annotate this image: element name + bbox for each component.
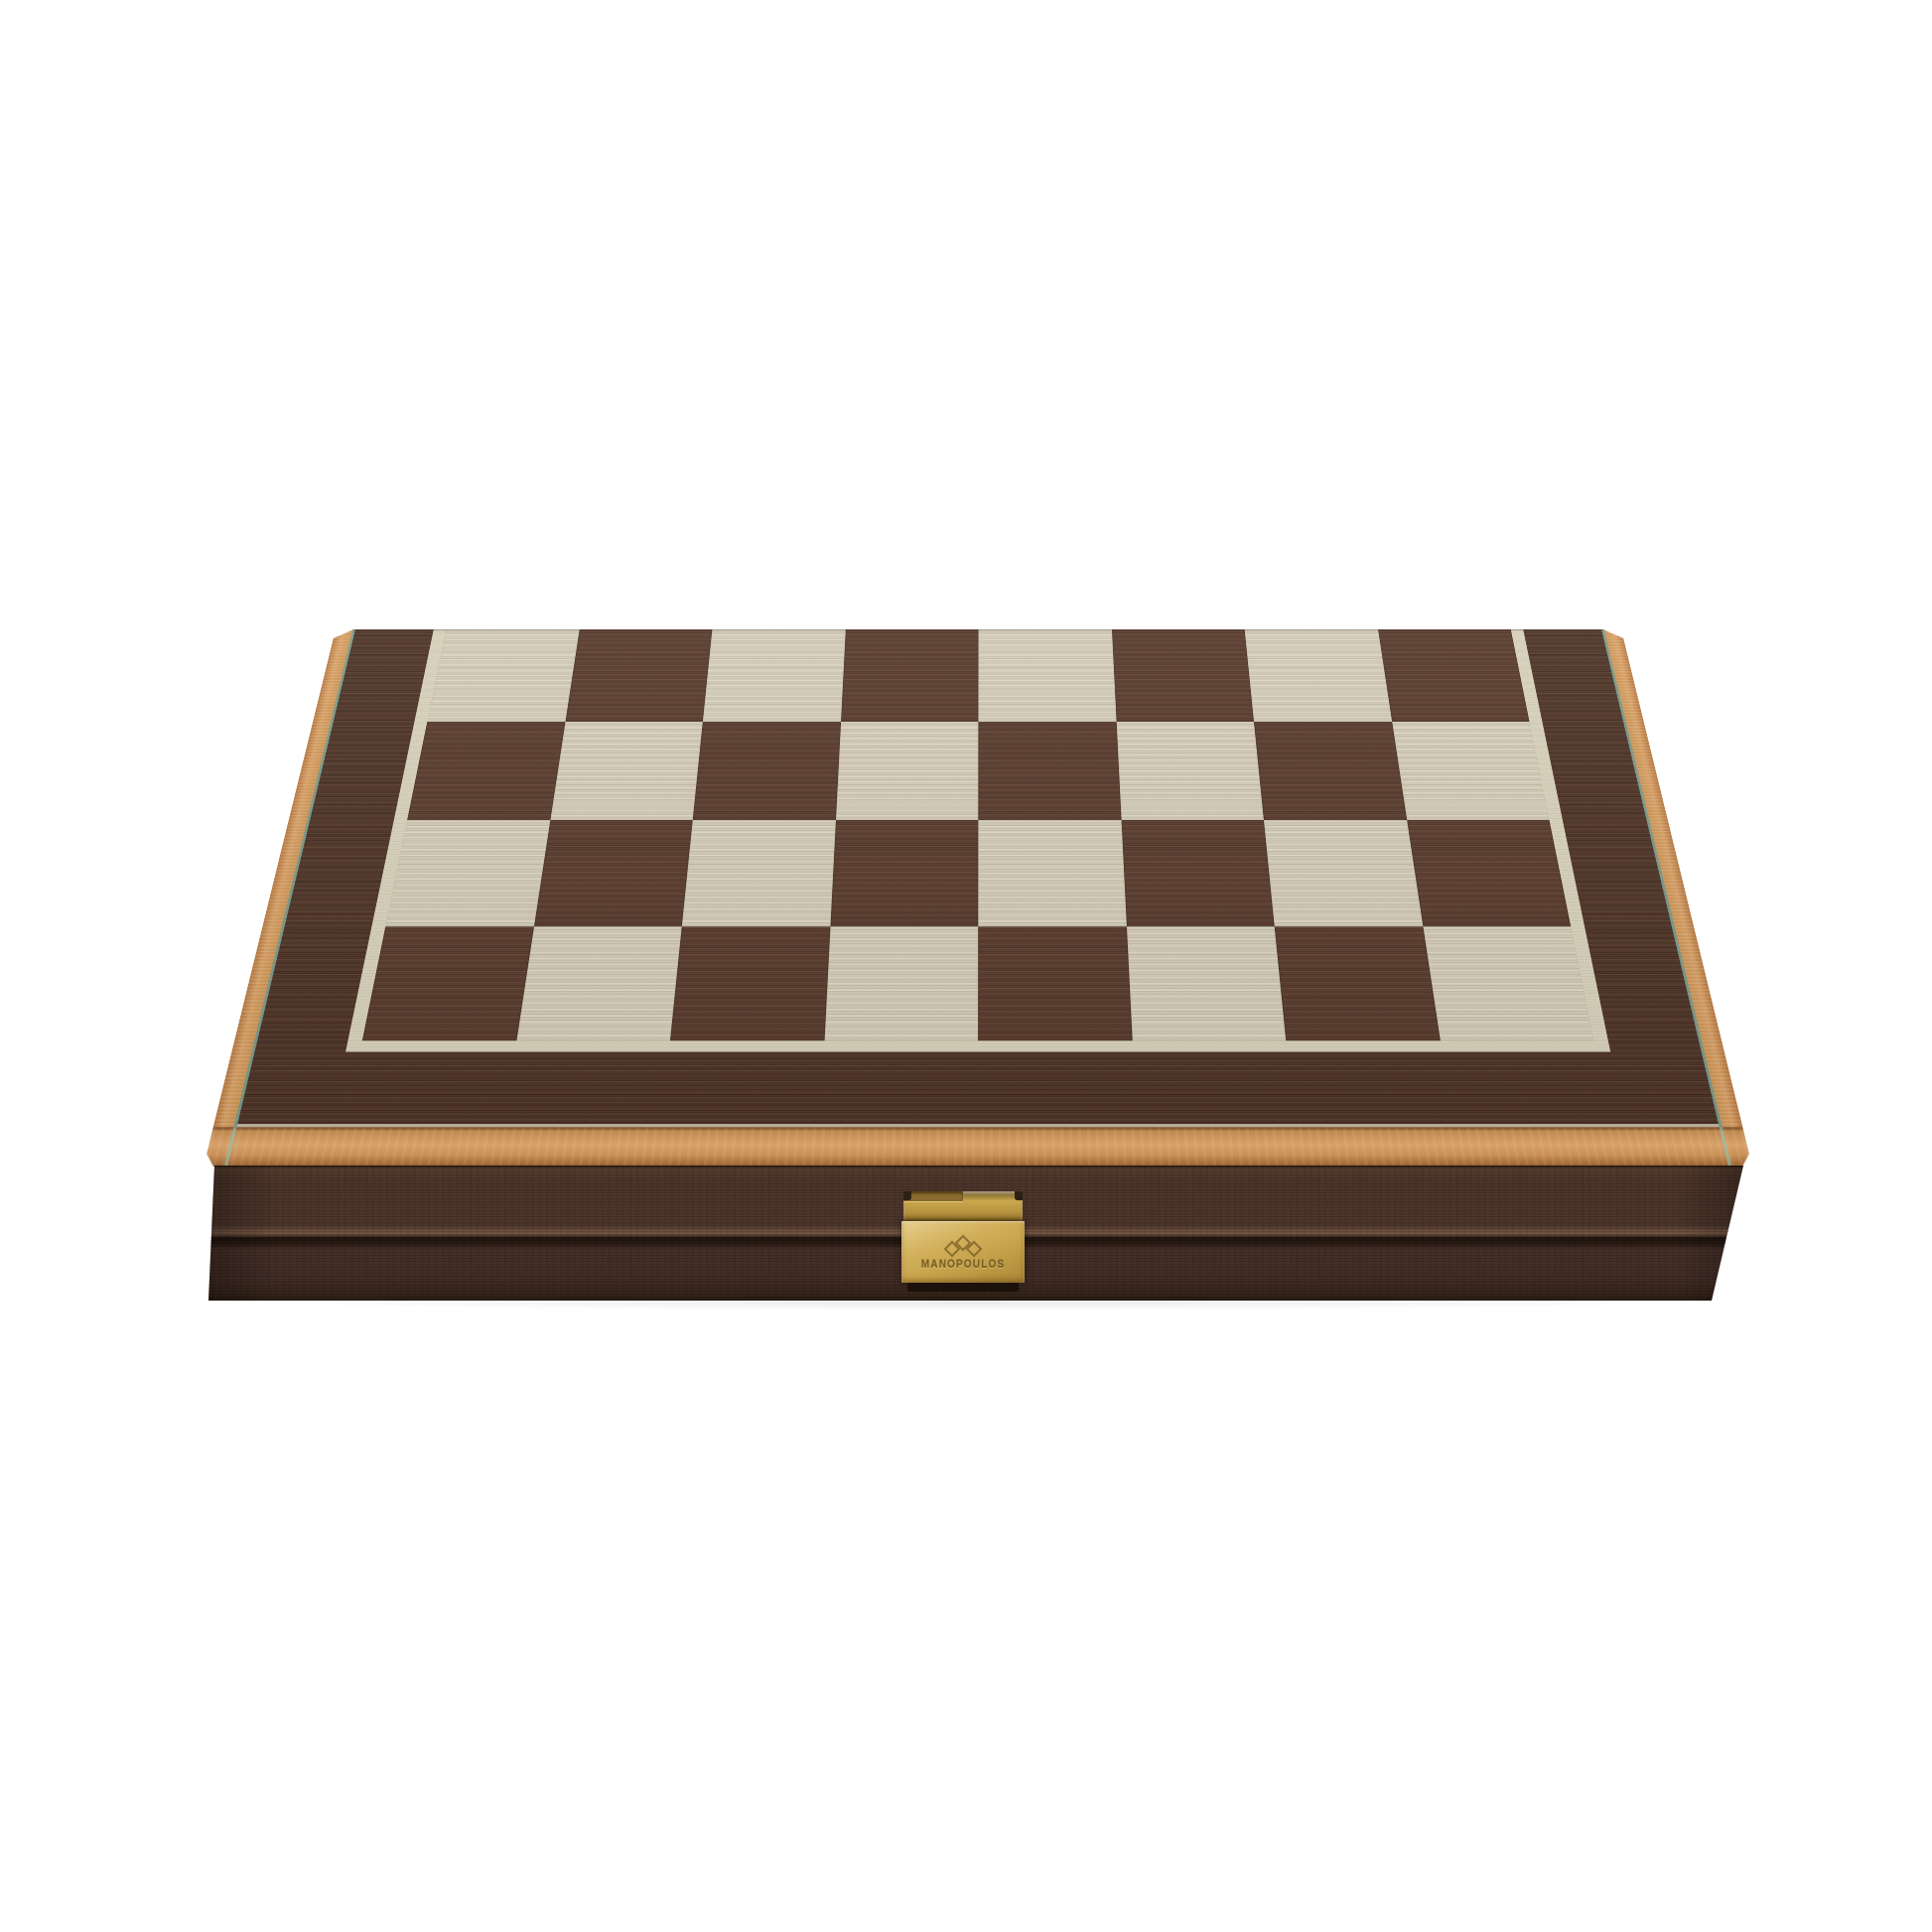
- crown-logo-icon: [941, 1234, 985, 1258]
- ground-shadow: [238, 1295, 1708, 1311]
- clasp-flap: [903, 1191, 1023, 1221]
- clasp-latch: MANOPOULOS: [901, 1191, 1025, 1295]
- lid-sheen: [204, 629, 1752, 1167]
- product-photo: MANOPOULOS: [0, 0, 1932, 1932]
- case-lid-top: [204, 629, 1752, 1167]
- clasp-slot: [903, 1191, 963, 1201]
- clasp-plate: MANOPOULOS: [901, 1221, 1025, 1283]
- clasp-brand-text: MANOPOULOS: [921, 1259, 1006, 1270]
- clasp-shadow: [907, 1283, 1019, 1292]
